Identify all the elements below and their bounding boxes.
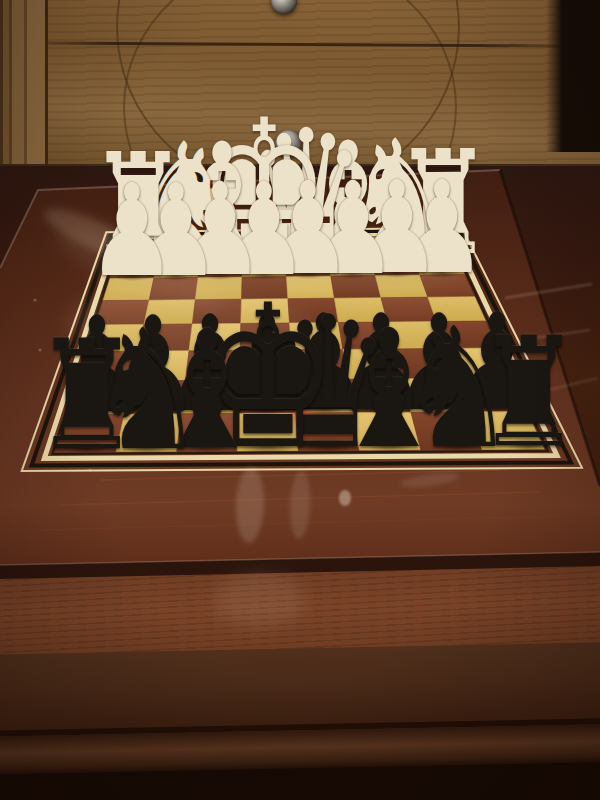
piece-shadow-f1 bbox=[198, 248, 245, 261]
piece-white-P-d2: ♟ bbox=[264, 166, 353, 294]
piece-white-P-e2: ♟ bbox=[220, 167, 309, 295]
piece-shadow-b2 bbox=[378, 267, 416, 278]
piece-black-P-h7: ♟ bbox=[50, 299, 143, 431]
piece-white-P-g2: ♟ bbox=[132, 168, 221, 296]
piece-white-P-c2: ♟ bbox=[308, 166, 397, 294]
piece-shadow-a2 bbox=[422, 267, 460, 278]
piece-shadow-c8 bbox=[365, 438, 414, 452]
piece-white-N-g1: ♞ bbox=[124, 122, 235, 280]
piece-shadow-d8 bbox=[301, 438, 356, 453]
piece-shadow-h2 bbox=[113, 270, 151, 281]
piece-shadow-a7 bbox=[477, 402, 517, 413]
piece-shadow-h1 bbox=[116, 249, 159, 261]
piece-white-P-a2: ♟ bbox=[397, 165, 486, 293]
piece-black-R-h8: ♜ bbox=[34, 320, 140, 472]
piece-black-N-b8: ♞ bbox=[400, 305, 517, 472]
piece-black-P-e7: ♟ bbox=[221, 298, 314, 430]
piece-black-P-c7: ♟ bbox=[335, 297, 428, 429]
pieces-layer: ♜♞♝♛♚♝♞♜♟♟♟♟♟♟♟♟♟♟♟♟♟♟♟♟♜♞♝♛♚♝♞♜ bbox=[0, 0, 600, 800]
piece-shadow-d2 bbox=[289, 268, 327, 279]
piece-shadow-b1 bbox=[376, 246, 424, 259]
piece-shadow-g7 bbox=[133, 404, 173, 415]
piece-black-P-g7: ♟ bbox=[107, 299, 200, 431]
piece-black-N-g8: ♞ bbox=[89, 307, 206, 474]
piece-white-P-f2: ♟ bbox=[176, 167, 265, 295]
piece-shadow-d1 bbox=[280, 246, 332, 261]
piece-shadow-d7 bbox=[304, 403, 344, 414]
piece-shadow-b8 bbox=[433, 438, 483, 452]
piece-shadow-b7 bbox=[419, 402, 459, 413]
piece-black-B-c8: ♝ bbox=[332, 308, 446, 472]
piece-white-R-a1: ♜ bbox=[392, 131, 493, 275]
piece-black-P-d7: ♟ bbox=[278, 297, 371, 429]
piece-shadow-e7 bbox=[247, 404, 287, 415]
piece-white-P-h2: ♟ bbox=[88, 168, 177, 296]
piece-shadow-f2 bbox=[201, 269, 239, 280]
piece-shadow-e1 bbox=[236, 246, 292, 262]
piece-shadow-h8 bbox=[64, 441, 109, 454]
piece-shadow-c2 bbox=[333, 268, 371, 279]
piece-shadow-g8 bbox=[122, 440, 172, 454]
piece-shadow-h7 bbox=[77, 405, 117, 416]
piece-white-N-b1: ♞ bbox=[344, 119, 455, 277]
piece-shadow-e8 bbox=[238, 437, 297, 454]
piece-black-P-f7: ♟ bbox=[164, 298, 257, 430]
piece-white-R-h1: ♜ bbox=[87, 134, 188, 278]
piece-shadow-e2 bbox=[245, 269, 283, 280]
piece-black-B-f8: ♝ bbox=[150, 309, 264, 473]
piece-shadow-c1 bbox=[325, 246, 372, 259]
piece-shadow-g2 bbox=[157, 270, 195, 281]
piece-shadow-c7 bbox=[362, 403, 402, 414]
piece-shadow-a8 bbox=[506, 438, 551, 451]
piece-black-P-a7: ♟ bbox=[450, 296, 543, 428]
piece-black-K-e8: ♚ bbox=[199, 279, 337, 477]
piece-white-B-f1: ♝ bbox=[167, 123, 276, 279]
piece-shadow-f8 bbox=[183, 440, 232, 454]
piece-black-R-a8: ♜ bbox=[476, 317, 582, 469]
piece-shadow-f7 bbox=[190, 404, 230, 415]
piece-shadow-a1 bbox=[421, 246, 464, 258]
photo-stage: ♜♞♝♛♚♝♞♜♟♟♟♟♟♟♟♟♟♟♟♟♟♟♟♟♜♞♝♛♚♝♞♜ bbox=[0, 0, 600, 800]
piece-white-K-e1: ♚ bbox=[198, 95, 330, 283]
piece-black-Q-d8: ♛ bbox=[265, 293, 392, 475]
piece-black-P-b7: ♟ bbox=[393, 297, 486, 429]
piece-white-B-c1: ♝ bbox=[294, 122, 403, 278]
piece-white-P-b2: ♟ bbox=[352, 165, 441, 293]
piece-white-Q-d1: ♛ bbox=[246, 108, 367, 281]
piece-shadow-g1 bbox=[156, 248, 204, 261]
